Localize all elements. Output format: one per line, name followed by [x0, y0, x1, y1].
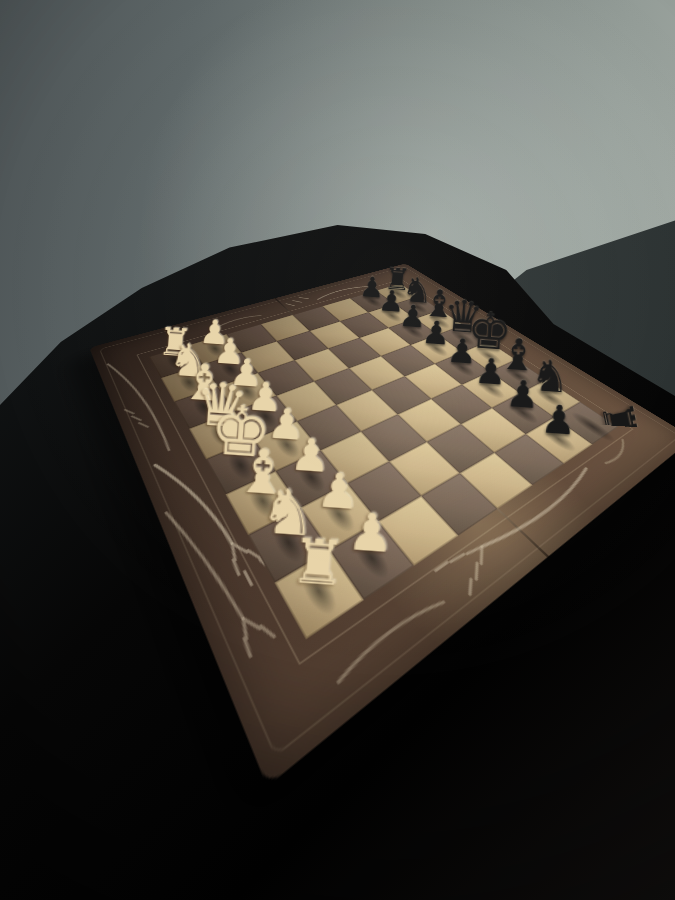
photo-of-chess-set: ♜♞♝♛♚♝♞♜♟♟♟♟♟♟♟♟♟♟♟♟♟♟♟♟♜♞♝♛♚♝♞♜ Wooden … [0, 0, 675, 900]
rook-glyph: ♜ [267, 528, 370, 597]
pawn-glyph: ♟ [522, 398, 595, 442]
